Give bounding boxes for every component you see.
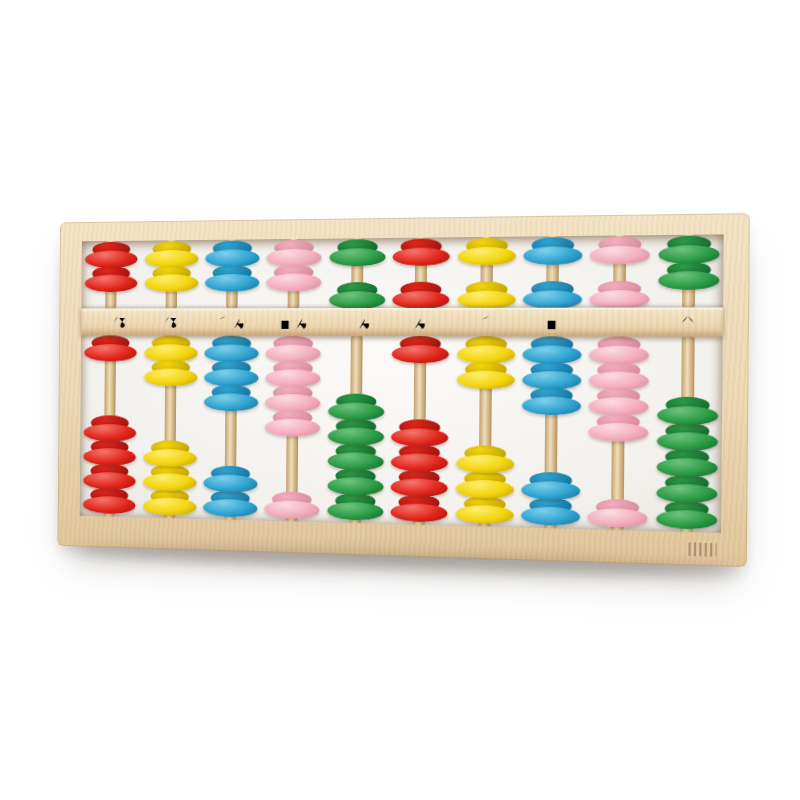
rod-6-upper-zone	[389, 237, 454, 308]
bead-pink-upper-up-1[interactable]	[266, 264, 322, 291]
bead-red-lower-down-2[interactable]	[391, 444, 448, 472]
lower-deck	[80, 335, 723, 533]
place-label-cell	[277, 314, 311, 331]
bead-yellow-lower-down-1[interactable]	[455, 470, 513, 499]
rod-6-lower-zone	[387, 336, 453, 526]
place-label-cell	[679, 313, 697, 331]
rod-3-lower-zone	[199, 336, 262, 521]
bead-yellow-upper-up-0[interactable]	[145, 241, 199, 268]
bead-pink-upper-up-0[interactable]	[267, 240, 323, 267]
place-label	[543, 313, 561, 330]
bead-pink-lower-up-0[interactable]	[266, 336, 322, 363]
rod-8-upper-zone	[519, 236, 586, 308]
place-character-glyph	[215, 314, 231, 331]
bead-green-upper-up-0[interactable]	[658, 235, 720, 264]
place-character-glyph	[357, 314, 374, 331]
place-label-cell	[611, 313, 629, 331]
bead-red-upper-down-0[interactable]	[392, 282, 449, 309]
bead-blue-upper-down-0[interactable]	[523, 281, 582, 309]
rod-4-lower-zone	[261, 336, 325, 523]
wood-stamp-mark	[688, 542, 716, 556]
bead-blue-lower-down-0[interactable]	[203, 490, 258, 518]
bead-green-lower-down-0[interactable]	[656, 500, 717, 530]
bead-yellow-lower-up-0[interactable]	[457, 336, 515, 364]
bead-green-lower-down-3[interactable]	[328, 418, 384, 446]
bead-pink-lower-up-3[interactable]	[589, 413, 649, 442]
rod-10-upper-zone	[654, 234, 724, 307]
bead-yellow-lower-up-0[interactable]	[144, 335, 198, 361]
bead-green-lower-down-4[interactable]	[328, 393, 384, 421]
rod-2-upper-zone	[141, 240, 202, 308]
bead-pink-lower-up-1[interactable]	[266, 360, 322, 387]
bead-pink-lower-up-3[interactable]	[265, 410, 321, 437]
upper-deck	[81, 234, 723, 308]
place-label	[339, 314, 374, 331]
bead-blue-upper-up-0[interactable]	[205, 240, 260, 267]
bead-yellow-lower-down-2[interactable]	[456, 445, 514, 473]
place-label-cell	[95, 314, 127, 330]
bead-red-upper-up-1[interactable]	[85, 266, 138, 292]
place-label-cell	[543, 313, 561, 330]
place-character-glyph	[111, 314, 127, 330]
place-character-glyph	[679, 313, 697, 331]
bead-red-lower-down-3[interactable]	[84, 415, 137, 442]
bead-yellow-upper-up-0[interactable]	[457, 238, 515, 266]
bead-green-upper-up-1[interactable]	[658, 262, 720, 290]
place-character-glyph	[95, 314, 111, 330]
place-label	[611, 313, 629, 331]
rod-3-upper-zone	[201, 239, 263, 308]
rod-2-lower-zone	[139, 335, 201, 518]
bead-green-lower-down-1[interactable]	[656, 474, 717, 503]
bead-red-upper-up-0[interactable]	[85, 242, 138, 268]
place-label	[215, 314, 249, 331]
abacus-board	[57, 213, 750, 567]
bead-green-lower-down-2[interactable]	[327, 443, 383, 471]
bead-yellow-upper-down-0[interactable]	[457, 281, 515, 309]
place-label-cell	[215, 314, 249, 331]
bead-blue-lower-down-1[interactable]	[203, 465, 258, 493]
bead-yellow-upper-up-1[interactable]	[144, 265, 198, 292]
bead-blue-upper-up-1[interactable]	[205, 265, 260, 292]
place-label	[277, 314, 311, 331]
bead-blue-lower-down-1[interactable]	[521, 472, 580, 501]
bead-yellow-lower-down-0[interactable]	[455, 496, 513, 525]
bead-red-lower-down-3[interactable]	[391, 419, 448, 447]
place-character-glyph	[277, 314, 294, 331]
place-character-glyph	[294, 314, 311, 331]
bead-blue-lower-up-2[interactable]	[522, 387, 581, 415]
bead-pink-lower-down-0[interactable]	[588, 499, 648, 528]
place-character-glyph	[232, 314, 248, 331]
abacus-panel	[80, 234, 724, 533]
bead-yellow-lower-down-2[interactable]	[143, 440, 197, 467]
bead-blue-upper-up-0[interactable]	[523, 237, 582, 265]
rod-7-upper-zone	[453, 237, 519, 308]
bead-red-lower-down-2[interactable]	[83, 439, 136, 466]
rod-4-upper-zone	[263, 239, 326, 309]
bead-red-lower-up-0[interactable]	[84, 335, 137, 361]
bead-pink-lower-up-0[interactable]	[589, 336, 649, 364]
bead-green-lower-down-1[interactable]	[327, 468, 383, 496]
place-label-cell	[339, 314, 374, 331]
bead-red-lower-down-1[interactable]	[83, 463, 136, 490]
bead-red-upper-up-0[interactable]	[393, 238, 450, 266]
bead-red-lower-down-0[interactable]	[83, 487, 136, 514]
bead-yellow-lower-up-1[interactable]	[144, 360, 198, 387]
place-label	[163, 314, 179, 331]
bead-pink-lower-up-1[interactable]	[589, 362, 649, 390]
bead-red-lower-down-0[interactable]	[391, 494, 448, 523]
rod-8-lower-zone	[517, 336, 586, 529]
rod-5-lower-zone	[323, 336, 388, 524]
place-character-glyph	[477, 313, 494, 330]
rod-9-upper-zone	[586, 235, 655, 308]
bead-green-lower-down-3[interactable]	[656, 422, 717, 451]
bead-yellow-lower-down-0[interactable]	[143, 488, 197, 516]
bead-red-lower-up-0[interactable]	[392, 336, 449, 363]
place-label	[679, 313, 697, 331]
place-label-cell	[477, 313, 494, 330]
bead-blue-lower-up-0[interactable]	[522, 336, 581, 364]
rod-1-lower-zone	[80, 335, 141, 517]
rod-1-upper-zone	[81, 241, 141, 309]
bead-yellow-lower-up-1[interactable]	[456, 361, 514, 389]
bead-green-upper-up-0[interactable]	[329, 239, 385, 266]
bead-blue-lower-up-2[interactable]	[204, 384, 259, 411]
bead-green-lower-down-2[interactable]	[656, 448, 717, 477]
rod-10-lower-zone	[652, 337, 723, 533]
rod-5-upper-zone	[325, 238, 389, 308]
bead-blue-lower-up-0[interactable]	[204, 336, 259, 363]
place-character-glyph	[543, 313, 561, 330]
bead-yellow-lower-down-1[interactable]	[143, 464, 197, 491]
place-character-glyph	[163, 314, 179, 331]
bead-blue-lower-up-1[interactable]	[522, 362, 581, 390]
bead-pink-lower-up-2[interactable]	[589, 388, 649, 416]
place-character-glyph	[412, 313, 429, 330]
place-label	[95, 314, 127, 330]
bead-blue-lower-up-1[interactable]	[204, 360, 259, 387]
beam	[81, 307, 723, 336]
place-character-glyph	[339, 314, 356, 331]
bead-pink-upper-up-0[interactable]	[590, 236, 650, 264]
bead-green-upper-down-0[interactable]	[329, 282, 385, 309]
place-character-glyph	[611, 313, 629, 331]
bead-pink-lower-up-2[interactable]	[265, 385, 321, 412]
bead-green-lower-down-0[interactable]	[327, 493, 383, 521]
place-label-cell	[163, 314, 179, 331]
bead-green-lower-down-4[interactable]	[657, 397, 718, 426]
place-label	[477, 313, 494, 330]
product-photo	[0, 0, 800, 800]
bead-red-lower-down-1[interactable]	[391, 469, 448, 497]
place-label-cell	[412, 313, 429, 330]
bead-pink-lower-down-0[interactable]	[264, 491, 319, 519]
rod-9-lower-zone	[584, 336, 654, 531]
bead-pink-upper-down-0[interactable]	[590, 281, 650, 309]
rod-7-lower-zone	[451, 336, 518, 527]
bead-blue-lower-down-0[interactable]	[521, 497, 580, 526]
place-label	[412, 313, 429, 330]
